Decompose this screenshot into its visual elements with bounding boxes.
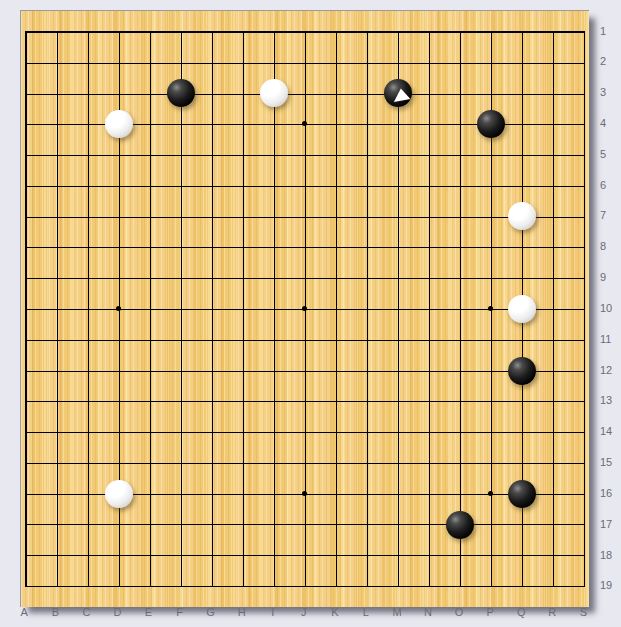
column-label: I: [271, 606, 275, 618]
row-label: 8: [600, 240, 606, 252]
row-label: 2: [600, 55, 606, 67]
last-move-marker: [384, 79, 412, 107]
black-stone: [508, 357, 536, 385]
row-label: 4: [600, 117, 606, 129]
column-label: H: [238, 606, 246, 618]
column-label: A: [21, 606, 29, 618]
row-label: 19: [600, 579, 612, 591]
black-stone: [167, 79, 195, 107]
row-label: 17: [600, 518, 612, 530]
column-label: M: [392, 606, 402, 618]
stones-layer: [10, 16, 599, 602]
column-label: S: [580, 606, 588, 618]
column-label: Q: [517, 606, 526, 618]
column-label: D: [113, 606, 121, 618]
white-stone: [508, 202, 536, 230]
column-label: G: [206, 606, 215, 618]
column-label: F: [176, 606, 183, 618]
row-label: 14: [600, 425, 612, 437]
column-label: K: [331, 606, 339, 618]
white-stone: [508, 295, 536, 323]
column-label: R: [548, 606, 556, 618]
go-board[interactable]: [20, 10, 589, 607]
row-label: 13: [600, 394, 612, 406]
row-label: 7: [600, 209, 606, 221]
column-label: N: [424, 606, 432, 618]
column-label: B: [52, 606, 60, 618]
row-label: 15: [600, 456, 612, 468]
black-stone: [446, 511, 474, 539]
star-point: [488, 491, 493, 496]
column-labels: ABCDEFGHIJKLMNOPQRS: [0, 606, 621, 622]
row-label: 1: [600, 25, 606, 37]
star-point: [302, 306, 307, 311]
row-label: 12: [600, 364, 612, 376]
row-labels: 12345678910111213141516171819: [600, 0, 620, 627]
column-label: E: [145, 606, 153, 618]
row-label: 16: [600, 487, 612, 499]
star-point: [302, 121, 307, 126]
row-label: 9: [600, 271, 606, 283]
white-stone: [105, 110, 133, 138]
star-point: [488, 306, 493, 311]
column-label: J: [301, 606, 307, 618]
black-stone: [508, 480, 536, 508]
star-point: [302, 491, 307, 496]
white-stone: [260, 79, 288, 107]
white-stone: [105, 480, 133, 508]
row-label: 10: [600, 302, 612, 314]
black-stone: [384, 79, 412, 107]
row-label: 6: [600, 179, 606, 191]
row-label: 18: [600, 549, 612, 561]
go-client-window: { "game": { "name": "Go", "board_size": …: [0, 0, 621, 627]
column-label: C: [82, 606, 90, 618]
column-label: L: [363, 606, 370, 618]
column-label: O: [455, 606, 464, 618]
row-label: 11: [600, 333, 611, 345]
black-stone: [477, 110, 505, 138]
star-point: [116, 306, 121, 311]
column-label: P: [486, 606, 494, 618]
row-label: 3: [600, 86, 606, 98]
row-label: 5: [600, 148, 606, 160]
